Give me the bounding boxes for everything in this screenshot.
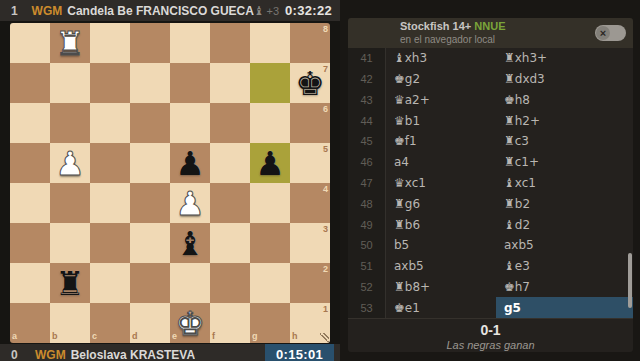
top-player-name: Candela Be FRANCISCO GUECAMB… [67, 4, 254, 18]
square-a8[interactable] [10, 23, 50, 63]
square-a7[interactable] [10, 63, 50, 103]
white-move-46[interactable]: a4 [386, 152, 496, 173]
square-d2[interactable] [130, 263, 170, 303]
move-number: 53 [348, 297, 386, 318]
square-b5[interactable]: ♟ [50, 143, 90, 183]
engine-nnue-badge: NNUE [474, 20, 505, 32]
square-h4[interactable]: 4 [290, 183, 330, 223]
move-row-48: 48♜g6♜b2 [348, 193, 633, 214]
square-c5[interactable] [90, 143, 130, 183]
white-rook-b8[interactable]: ♜ [50, 23, 90, 63]
square-e3[interactable]: ♝ [170, 223, 210, 263]
analysis-panel: Stockfish 14+ NNUE en el navegador local… [340, 0, 640, 361]
square-a5[interactable] [10, 143, 50, 183]
square-a1[interactable]: a [10, 303, 50, 343]
square-d4[interactable] [130, 183, 170, 223]
black-move-50[interactable]: axb5 [496, 235, 633, 256]
black-move-49[interactable]: ♝d2 [496, 214, 633, 235]
square-f3[interactable] [210, 223, 250, 263]
black-move-44[interactable]: ♜h2+ [496, 110, 633, 131]
square-c8[interactable] [90, 23, 130, 63]
white-move-48[interactable]: ♜g6 [386, 193, 496, 214]
square-d6[interactable] [130, 103, 170, 143]
engine-header: Stockfish 14+ NNUE en el navegador local… [348, 18, 633, 48]
square-h6[interactable]: 6 [290, 103, 330, 143]
coord-file-d: d [132, 332, 138, 341]
move-row-52: 52♜b8+♚h7 [348, 276, 633, 297]
square-d8[interactable] [130, 23, 170, 63]
square-e6[interactable] [170, 103, 210, 143]
top-player-bar: 1 WGM Candela Be FRANCISCO GUECAMB… ♝ +3… [0, 0, 340, 21]
black-move-42[interactable]: ♜dxd3 [496, 69, 633, 90]
square-d7[interactable] [130, 63, 170, 103]
top-player-title: WGM [32, 4, 63, 18]
square-a2[interactable] [10, 263, 50, 303]
square-f7[interactable] [210, 63, 250, 103]
square-c2[interactable] [90, 263, 130, 303]
black-pawn-g5[interactable]: ♟ [250, 143, 290, 183]
square-d5[interactable] [130, 143, 170, 183]
black-pawn-e5[interactable]: ♟ [170, 143, 210, 183]
top-player-score: 1 [11, 4, 32, 18]
white-king-e1[interactable]: ♚ [170, 303, 210, 343]
square-g3[interactable] [250, 223, 290, 263]
move-list: 41♝xh3♜xh3+42♚g2♜dxd343♛a2+♚h844♛b1♜h2+4… [348, 48, 633, 318]
bottom-player-bar: 0 WGM Beloslava KRASTEVA 0:15:01 [0, 344, 340, 361]
black-move-52[interactable]: ♚h7 [496, 276, 633, 297]
coord-rank-3: 3 [323, 225, 328, 234]
toggle-x-icon: × [600, 28, 606, 39]
black-move-45[interactable]: ♜c3 [496, 131, 633, 152]
move-number: 45 [348, 131, 386, 152]
coord-rank-1: 1 [323, 305, 328, 314]
black-move-51[interactable]: ♝e3 [496, 256, 633, 277]
square-g4[interactable] [250, 183, 290, 223]
white-move-50[interactable]: b5 [386, 235, 496, 256]
square-a3[interactable] [10, 223, 50, 263]
black-move-43[interactable]: ♚h8 [496, 90, 633, 111]
square-h5[interactable]: 5 [290, 143, 330, 183]
white-move-42[interactable]: ♚g2 [386, 69, 496, 90]
white-move-52[interactable]: ♜b8+ [386, 276, 496, 297]
square-b8[interactable]: ♜ [50, 23, 90, 63]
square-f4[interactable] [210, 183, 250, 223]
square-h7[interactable]: 7♚ [290, 63, 330, 103]
square-e4[interactable]: ♟ [170, 183, 210, 223]
move-number: 42 [348, 69, 386, 90]
square-h1[interactable]: 1h [290, 303, 330, 343]
square-d3[interactable] [130, 223, 170, 263]
square-e1[interactable]: e♚ [170, 303, 210, 343]
square-g1[interactable]: g [250, 303, 290, 343]
move-number: 46 [348, 152, 386, 173]
square-b1[interactable]: b [50, 303, 90, 343]
move-number: 48 [348, 193, 386, 214]
black-move-53[interactable]: g5 [496, 297, 633, 318]
engine-info: Stockfish 14+ NNUE en el navegador local [400, 20, 505, 46]
bishop-icon: ♝ [254, 5, 265, 17]
move-row-51: 51axb5♝e3 [348, 256, 633, 277]
square-f2[interactable] [210, 263, 250, 303]
bottom-player-score: 0 [11, 348, 35, 361]
bottom-player-name: Beloslava KRASTEVA [71, 348, 195, 361]
move-row-41: 41♝xh3♜xh3+ [348, 48, 633, 69]
black-move-48[interactable]: ♜b2 [496, 193, 633, 214]
game-result: 0-1 Las negras ganan [348, 318, 633, 352]
square-f1[interactable]: f [210, 303, 250, 343]
square-a6[interactable] [10, 103, 50, 143]
square-g8[interactable] [250, 23, 290, 63]
square-h8[interactable]: 8 [290, 23, 330, 63]
white-move-41[interactable]: ♝xh3 [386, 48, 496, 69]
move-row-50: 50b5axb5 [348, 235, 633, 256]
result-score: 0-1 [348, 322, 633, 338]
coord-rank-4: 4 [323, 185, 328, 194]
coord-rank-6: 6 [323, 105, 328, 114]
square-f8[interactable] [210, 23, 250, 63]
square-b6[interactable] [50, 103, 90, 143]
coord-rank-2: 2 [323, 265, 328, 274]
engine-toggle[interactable]: × [595, 25, 626, 41]
square-e8[interactable] [170, 23, 210, 63]
move-row-45: 45♚f1♜c3 [348, 131, 633, 152]
top-player-clock: 0:32:22 [285, 3, 332, 18]
coord-file-b: b [52, 332, 58, 341]
square-b4[interactable] [50, 183, 90, 223]
coord-rank-8: 8 [323, 25, 328, 34]
move-row-44: 44♛b1♜h2+ [348, 110, 633, 131]
square-c3[interactable] [90, 223, 130, 263]
square-h3[interactable]: 3 [290, 223, 330, 263]
move-row-49: 49♜b6♝d2 [348, 214, 633, 235]
move-number: 51 [348, 256, 386, 277]
move-number: 50 [348, 235, 386, 256]
white-move-47[interactable]: ♛xc1 [386, 173, 496, 194]
move-number: 41 [348, 48, 386, 69]
move-row-46: 46a4♜c1+ [348, 152, 633, 173]
engine-subtitle: en el navegador local [400, 34, 505, 47]
move-row-43: 43♛a2+♚h8 [348, 90, 633, 111]
bottom-player-clock: 0:15:01 [265, 344, 334, 361]
material-diff: ♝ +3 [254, 5, 279, 17]
white-move-53[interactable]: ♚e1 [386, 297, 496, 318]
white-pawn-e4[interactable]: ♟ [170, 183, 210, 223]
square-g5[interactable]: ♟ [250, 143, 290, 183]
square-f5[interactable] [210, 143, 250, 183]
square-f6[interactable] [210, 103, 250, 143]
white-move-45[interactable]: ♚f1 [386, 131, 496, 152]
white-move-43[interactable]: ♛a2+ [386, 90, 496, 111]
square-c1[interactable]: c [90, 303, 130, 343]
black-king-h7[interactable]: ♚ [290, 63, 330, 103]
chess-app: 1 WGM Candela Be FRANCISCO GUECAMB… ♝ +3… [0, 0, 640, 361]
square-c4[interactable] [90, 183, 130, 223]
result-text: Las negras ganan [348, 339, 633, 351]
square-b2[interactable]: ♜ [50, 263, 90, 303]
white-pawn-b5[interactable]: ♟ [50, 143, 90, 183]
square-d1[interactable]: d [130, 303, 170, 343]
square-g7[interactable] [250, 63, 290, 103]
black-move-47[interactable]: ♝xc1 [496, 173, 633, 194]
square-e5[interactable]: ♟ [170, 143, 210, 183]
move-list-scrollbar[interactable] [628, 253, 632, 308]
move-row-42: 42♚g2♜dxd3 [348, 69, 633, 90]
square-a4[interactable] [10, 183, 50, 223]
coord-file-g: g [252, 332, 258, 341]
white-move-51[interactable]: axb5 [386, 256, 496, 277]
square-e2[interactable] [170, 263, 210, 303]
square-g6[interactable] [250, 103, 290, 143]
coord-file-c: c [92, 332, 97, 341]
coord-rank-5: 5 [323, 145, 328, 154]
move-number: 44 [348, 110, 386, 131]
bottom-player-title: WGM [35, 348, 66, 361]
move-number: 52 [348, 276, 386, 297]
coord-file-f: f [212, 332, 215, 341]
square-b3[interactable] [50, 223, 90, 263]
move-row-53: 53♚e1g5 [348, 297, 633, 318]
move-number: 43 [348, 90, 386, 111]
chess-board: ♜87♚6♟♟♟5♟4♝3♜2abcde♚fg1h [10, 23, 330, 343]
black-rook-b2[interactable]: ♜ [50, 263, 90, 303]
material-value: +3 [267, 5, 280, 17]
board-resize-handle[interactable] [320, 333, 329, 342]
coord-file-a: a [12, 332, 17, 341]
square-h2[interactable]: 2 [290, 263, 330, 303]
square-b7[interactable] [50, 63, 90, 103]
square-c6[interactable] [90, 103, 130, 143]
move-number: 49 [348, 214, 386, 235]
black-move-46[interactable]: ♜c1+ [496, 152, 633, 173]
black-bishop-e3[interactable]: ♝ [170, 223, 210, 263]
square-c7[interactable] [90, 63, 130, 103]
move-number: 47 [348, 173, 386, 194]
move-row-47: 47♛xc1♝xc1 [348, 173, 633, 194]
toggle-knob: × [596, 26, 610, 40]
black-move-41[interactable]: ♜xh3+ [496, 48, 633, 69]
white-move-44[interactable]: ♛b1 [386, 110, 496, 131]
white-move-49[interactable]: ♜b6 [386, 214, 496, 235]
coord-file-h: h [292, 332, 298, 341]
engine-name: Stockfish 14+ [400, 20, 471, 32]
square-e7[interactable] [170, 63, 210, 103]
square-g2[interactable] [250, 263, 290, 303]
